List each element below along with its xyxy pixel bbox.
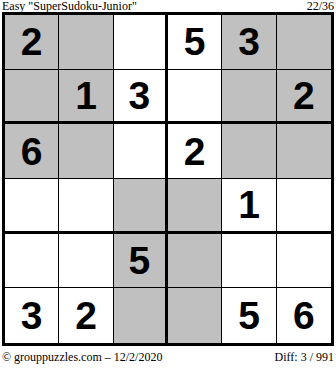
header: Easy "SuperSudoku-Junior" 22/36 bbox=[2, 0, 334, 12]
cell-r3c5[interactable] bbox=[222, 124, 276, 179]
cell-r5c5[interactable] bbox=[222, 234, 276, 289]
cell-r2c5[interactable] bbox=[222, 70, 276, 125]
cell-r4c2[interactable] bbox=[59, 179, 113, 234]
cell-r2c2: 1 bbox=[59, 70, 113, 125]
cell-r3c2[interactable] bbox=[59, 124, 113, 179]
cell-r5c6[interactable] bbox=[277, 234, 331, 289]
cell-r4c5: 1 bbox=[222, 179, 276, 234]
cell-r3c4: 2 bbox=[168, 124, 222, 179]
cell-r2c3: 3 bbox=[114, 70, 168, 125]
cell-r6c4[interactable] bbox=[168, 288, 222, 343]
cell-r6c2: 2 bbox=[59, 288, 113, 343]
cell-r4c3[interactable] bbox=[114, 179, 168, 234]
cell-r1c6[interactable] bbox=[277, 15, 331, 70]
cell-r4c1[interactable] bbox=[5, 179, 59, 234]
cell-r1c4: 5 bbox=[168, 15, 222, 70]
cell-r6c1: 3 bbox=[5, 288, 59, 343]
footer: © grouppuzzles.com – 12/2/2020 Diff: 3 /… bbox=[2, 351, 334, 364]
puzzle-title: Easy "SuperSudoku-Junior" bbox=[2, 0, 137, 12]
cell-r2c6: 2 bbox=[277, 70, 331, 125]
cell-r3c3[interactable] bbox=[114, 124, 168, 179]
cell-r5c4[interactable] bbox=[168, 234, 222, 289]
cell-r6c6: 6 bbox=[277, 288, 331, 343]
cell-r1c2[interactable] bbox=[59, 15, 113, 70]
cell-r1c5: 3 bbox=[222, 15, 276, 70]
cell-r5c2[interactable] bbox=[59, 234, 113, 289]
cell-r4c4[interactable] bbox=[168, 179, 222, 234]
cell-r4c6[interactable] bbox=[277, 179, 331, 234]
cell-r2c4[interactable] bbox=[168, 70, 222, 125]
cell-r3c1: 6 bbox=[5, 124, 59, 179]
puzzle-page: Easy "SuperSudoku-Junior" 22/36 25313262… bbox=[0, 0, 336, 370]
cell-r6c5: 5 bbox=[222, 288, 276, 343]
cell-r6c3[interactable] bbox=[114, 288, 168, 343]
cell-r5c1[interactable] bbox=[5, 234, 59, 289]
cell-r1c1: 2 bbox=[5, 15, 59, 70]
cell-r1c3[interactable] bbox=[114, 15, 168, 70]
givens-counter: 22/36 bbox=[307, 0, 334, 12]
cell-r5c3: 5 bbox=[114, 234, 168, 289]
sudoku-board: 25313262153256 bbox=[2, 12, 334, 346]
cell-r3c6[interactable] bbox=[277, 124, 331, 179]
footer-copyright: © grouppuzzles.com – 12/2/2020 bbox=[2, 351, 162, 364]
footer-difficulty: Diff: 3 / 991 bbox=[275, 351, 334, 364]
cell-r2c1[interactable] bbox=[5, 70, 59, 125]
